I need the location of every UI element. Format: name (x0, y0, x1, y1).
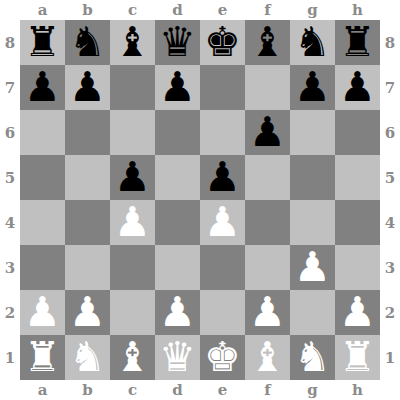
square-h3[interactable] (335, 245, 380, 290)
square-c4[interactable]: ♟ (110, 200, 155, 245)
piece-white-knight[interactable]: ♞ (294, 335, 331, 380)
square-c3[interactable] (110, 245, 155, 290)
square-f3[interactable] (245, 245, 290, 290)
square-d1[interactable]: ♛ (155, 335, 200, 380)
piece-white-pawn[interactable]: ♟ (159, 290, 196, 335)
square-h1[interactable]: ♜ (335, 335, 380, 380)
piece-white-bishop[interactable]: ♝ (249, 335, 286, 380)
rank-label-left-7: 7 (0, 65, 20, 110)
file-label-top-h: h (335, 0, 380, 20)
square-c1[interactable]: ♝ (110, 335, 155, 380)
square-g1[interactable]: ♞ (290, 335, 335, 380)
piece-black-pawn[interactable]: ♟ (204, 155, 241, 200)
file-label-top-b: b (65, 0, 110, 20)
square-e5[interactable]: ♟ (200, 155, 245, 200)
square-e2[interactable] (200, 290, 245, 335)
piece-black-rook[interactable]: ♜ (24, 20, 61, 65)
file-label-top-a: a (20, 0, 65, 20)
square-d2[interactable]: ♟ (155, 290, 200, 335)
piece-black-pawn[interactable]: ♟ (114, 155, 151, 200)
rank-label-right-7: 7 (380, 65, 400, 110)
piece-black-bishop[interactable]: ♝ (249, 20, 286, 65)
piece-white-king[interactable]: ♚ (204, 335, 241, 380)
rank-label-right-2: 2 (380, 290, 400, 335)
square-e1[interactable]: ♚ (200, 335, 245, 380)
file-label-bottom-c: c (110, 380, 155, 400)
square-f6[interactable]: ♟ (245, 110, 290, 155)
square-g5[interactable] (290, 155, 335, 200)
square-f7[interactable] (245, 65, 290, 110)
piece-black-rook[interactable]: ♜ (339, 20, 376, 65)
square-e8[interactable]: ♚ (200, 20, 245, 65)
piece-white-pawn[interactable]: ♟ (69, 290, 106, 335)
square-c7[interactable] (110, 65, 155, 110)
file-label-bottom-a: a (20, 380, 65, 400)
square-a2[interactable]: ♟ (20, 290, 65, 335)
piece-black-pawn[interactable]: ♟ (69, 65, 106, 110)
square-b6[interactable] (65, 110, 110, 155)
piece-black-bishop[interactable]: ♝ (114, 20, 151, 65)
rank-label-left-4: 4 (0, 200, 20, 245)
file-label-top-f: f (245, 0, 290, 20)
square-h2[interactable]: ♟ (335, 290, 380, 335)
piece-white-pawn[interactable]: ♟ (249, 290, 286, 335)
file-label-top-g: g (290, 0, 335, 20)
file-label-top-e: e (200, 0, 245, 20)
square-a1[interactable]: ♜ (20, 335, 65, 380)
piece-black-pawn[interactable]: ♟ (159, 65, 196, 110)
file-label-bottom-f: f (245, 380, 290, 400)
piece-black-pawn[interactable]: ♟ (294, 65, 331, 110)
square-d5[interactable] (155, 155, 200, 200)
piece-black-pawn[interactable]: ♟ (249, 110, 286, 155)
square-h5[interactable] (335, 155, 380, 200)
rank-label-right-1: 1 (380, 335, 400, 380)
piece-white-rook[interactable]: ♜ (339, 335, 376, 380)
square-e4[interactable]: ♟ (200, 200, 245, 245)
square-d7[interactable]: ♟ (155, 65, 200, 110)
square-e6[interactable] (200, 110, 245, 155)
square-f4[interactable] (245, 200, 290, 245)
rank-label-left-1: 1 (0, 335, 20, 380)
square-e3[interactable] (200, 245, 245, 290)
square-g4[interactable] (290, 200, 335, 245)
piece-white-queen[interactable]: ♛ (159, 335, 196, 380)
piece-white-rook[interactable]: ♜ (24, 335, 61, 380)
square-b7[interactable]: ♟ (65, 65, 110, 110)
square-d4[interactable] (155, 200, 200, 245)
file-label-bottom-e: e (200, 380, 245, 400)
rank-label-right-5: 5 (380, 155, 400, 200)
piece-white-pawn[interactable]: ♟ (294, 245, 331, 290)
file-label-bottom-d: d (155, 380, 200, 400)
square-a5[interactable] (20, 155, 65, 200)
piece-white-pawn[interactable]: ♟ (339, 290, 376, 335)
square-g7[interactable]: ♟ (290, 65, 335, 110)
square-e7[interactable] (200, 65, 245, 110)
rank-label-right-6: 6 (380, 110, 400, 155)
square-b3[interactable] (65, 245, 110, 290)
square-c6[interactable] (110, 110, 155, 155)
rank-label-left-5: 5 (0, 155, 20, 200)
file-label-bottom-g: g (290, 380, 335, 400)
square-h7[interactable]: ♟ (335, 65, 380, 110)
square-g3[interactable]: ♟ (290, 245, 335, 290)
square-h8[interactable]: ♜ (335, 20, 380, 65)
square-d8[interactable]: ♛ (155, 20, 200, 65)
piece-white-bishop[interactable]: ♝ (114, 335, 151, 380)
square-c8[interactable]: ♝ (110, 20, 155, 65)
square-b2[interactable]: ♟ (65, 290, 110, 335)
square-a6[interactable] (20, 110, 65, 155)
square-c2[interactable] (110, 290, 155, 335)
square-d3[interactable] (155, 245, 200, 290)
board-margin-corner (0, 380, 20, 400)
piece-white-pawn[interactable]: ♟ (204, 200, 241, 245)
piece-black-knight[interactable]: ♞ (294, 20, 331, 65)
piece-black-king[interactable]: ♚ (204, 20, 241, 65)
square-h4[interactable] (335, 200, 380, 245)
file-label-top-c: c (110, 0, 155, 20)
square-d6[interactable] (155, 110, 200, 155)
piece-black-pawn[interactable]: ♟ (339, 65, 376, 110)
chess-board: abcdefgh8♜♞♝♛♚♝♞♜87♟♟♟♟♟76♟65♟♟54♟♟43♟32… (0, 0, 400, 400)
square-b1[interactable]: ♞ (65, 335, 110, 380)
piece-white-pawn[interactable]: ♟ (24, 290, 61, 335)
rank-label-left-3: 3 (0, 245, 20, 290)
piece-black-pawn[interactable]: ♟ (24, 65, 61, 110)
board-margin-corner (0, 0, 20, 20)
piece-black-knight[interactable]: ♞ (69, 20, 106, 65)
square-b4[interactable] (65, 200, 110, 245)
piece-black-queen[interactable]: ♛ (159, 20, 196, 65)
square-b8[interactable]: ♞ (65, 20, 110, 65)
square-a3[interactable] (20, 245, 65, 290)
file-label-bottom-h: h (335, 380, 380, 400)
square-g8[interactable]: ♞ (290, 20, 335, 65)
piece-white-knight[interactable]: ♞ (69, 335, 106, 380)
square-a7[interactable]: ♟ (20, 65, 65, 110)
square-f5[interactable] (245, 155, 290, 200)
square-a4[interactable] (20, 200, 65, 245)
file-label-top-d: d (155, 0, 200, 20)
square-f1[interactable]: ♝ (245, 335, 290, 380)
rank-label-left-2: 2 (0, 290, 20, 335)
file-label-bottom-b: b (65, 380, 110, 400)
square-f8[interactable]: ♝ (245, 20, 290, 65)
square-c5[interactable]: ♟ (110, 155, 155, 200)
square-f2[interactable]: ♟ (245, 290, 290, 335)
rank-label-right-8: 8 (380, 20, 400, 65)
square-b5[interactable] (65, 155, 110, 200)
rank-label-right-3: 3 (380, 245, 400, 290)
board-margin-corner (380, 380, 400, 400)
square-g6[interactable] (290, 110, 335, 155)
square-h6[interactable] (335, 110, 380, 155)
piece-white-pawn[interactable]: ♟ (114, 200, 151, 245)
board-margin-corner (380, 0, 400, 20)
square-g2[interactable] (290, 290, 335, 335)
rank-label-left-8: 8 (0, 20, 20, 65)
rank-label-right-4: 4 (380, 200, 400, 245)
square-a8[interactable]: ♜ (20, 20, 65, 65)
rank-label-left-6: 6 (0, 110, 20, 155)
